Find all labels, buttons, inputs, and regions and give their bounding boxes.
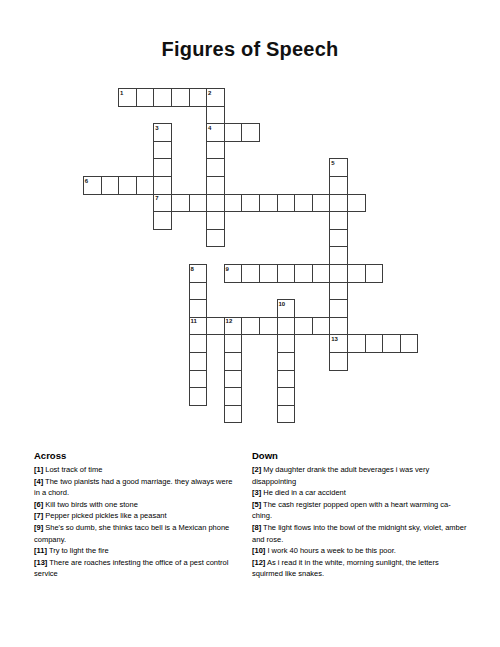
grid-cell[interactable] <box>277 194 296 213</box>
grid-cell[interactable] <box>382 334 401 353</box>
grid-cell[interactable] <box>241 123 260 142</box>
grid-cell[interactable] <box>224 334 243 353</box>
clue-item: [5] The cash register popped open with a… <box>252 499 470 522</box>
clue-item: [10] I work 40 hours a week to be this p… <box>252 545 470 557</box>
clue-number: 5 <box>331 160 334 166</box>
grid-cell[interactable] <box>224 387 243 406</box>
clue-number: 8 <box>190 266 193 272</box>
grid-cell[interactable] <box>259 264 278 283</box>
grid-cell[interactable] <box>153 158 172 177</box>
grid-cell[interactable] <box>153 141 172 160</box>
grid-cell[interactable] <box>189 282 208 301</box>
grid-cell[interactable] <box>329 229 348 248</box>
grid-cell[interactable] <box>189 299 208 318</box>
grid-cell[interactable] <box>241 264 260 283</box>
grid-cell[interactable] <box>206 158 225 177</box>
grid-cell[interactable] <box>312 317 331 336</box>
grid-cell[interactable] <box>189 387 208 406</box>
clue-number: 10 <box>278 301 285 307</box>
grid-cell[interactable] <box>206 194 225 213</box>
clue-item: [12] As i read it in the white, morning … <box>252 557 470 580</box>
grid-cell[interactable] <box>365 264 384 283</box>
grid-cell[interactable] <box>206 229 225 248</box>
grid-cell[interactable] <box>329 282 348 301</box>
grid-cell[interactable] <box>153 176 172 195</box>
grid-cell[interactable] <box>329 211 348 230</box>
clue-number: 7 <box>155 195 158 201</box>
down-clues-column: Down [2] My daughter drank the adult bev… <box>252 450 470 580</box>
grid-cell[interactable] <box>277 264 296 283</box>
clue-item: [1] Lost track of time <box>34 464 234 476</box>
grid-cell[interactable] <box>206 141 225 160</box>
grid-cell[interactable] <box>329 194 348 213</box>
across-clues-list: [1] Lost track of time[4] The two pianis… <box>34 464 234 580</box>
clue-number: 4 <box>208 125 211 131</box>
clue-number: 3 <box>155 125 158 131</box>
grid-cell[interactable] <box>224 352 243 371</box>
grid-cell[interactable] <box>224 194 243 213</box>
clue-item: [8] The light flows into the bowl of the… <box>252 522 470 545</box>
grid-cell[interactable] <box>294 264 313 283</box>
grid-cell[interactable] <box>277 334 296 353</box>
crossword-grid: 12345678910111213 <box>83 88 419 424</box>
across-clues-column: Across [1] Lost track of time[4] The two… <box>34 450 234 580</box>
clue-item-number: [3] <box>252 488 261 497</box>
grid-cell[interactable] <box>329 176 348 195</box>
clue-item-number: [5] <box>252 500 261 509</box>
grid-cell[interactable] <box>101 176 120 195</box>
grid-cell[interactable] <box>189 88 208 107</box>
down-clues-list: [2] My daughter drank the adult beverage… <box>252 464 470 580</box>
grid-cell[interactable] <box>171 88 190 107</box>
grid-cell[interactable] <box>259 317 278 336</box>
grid-cell[interactable] <box>136 88 155 107</box>
clue-item: [4] The two pianists had a good marriage… <box>34 476 234 499</box>
clue-item: [6] Kill two birds with one stone <box>34 499 234 511</box>
grid-cell[interactable] <box>277 317 296 336</box>
clue-number: 2 <box>208 90 211 96</box>
across-header: Across <box>34 450 234 462</box>
grid-cell[interactable] <box>206 317 225 336</box>
clue-item: [9] She's so dumb, she thinks taco bell … <box>34 522 234 545</box>
grid-cell[interactable] <box>118 176 137 195</box>
grid-cell[interactable] <box>329 299 348 318</box>
clue-item-number: [13] <box>34 558 47 567</box>
grid-cell[interactable] <box>189 334 208 353</box>
clue-item-number: [11] <box>34 546 47 555</box>
grid-cell[interactable] <box>206 211 225 230</box>
grid-cell[interactable] <box>365 334 384 353</box>
grid-cell[interactable] <box>347 194 366 213</box>
clue-item-number: [9] <box>34 523 43 532</box>
grid-cell[interactable] <box>347 264 366 283</box>
grid-cell[interactable] <box>329 246 348 265</box>
grid-cell[interactable] <box>329 264 348 283</box>
clue-item: [13] There are roaches infesting the off… <box>34 557 234 580</box>
grid-cell[interactable] <box>206 176 225 195</box>
clue-item-number: [7] <box>34 511 43 520</box>
clue-item-number: [12] <box>252 558 265 567</box>
clue-number: 12 <box>226 318 233 324</box>
grid-cell[interactable] <box>171 194 190 213</box>
clue-number: 11 <box>190 318 196 324</box>
grid-cell[interactable] <box>277 405 296 424</box>
clue-item-number: [2] <box>252 465 261 474</box>
down-header: Down <box>252 450 470 462</box>
clue-item-number: [8] <box>252 523 261 532</box>
clue-item: [7] Pepper picked pickles like a peasant <box>34 510 234 522</box>
clue-number: 6 <box>85 178 88 184</box>
grid-cell[interactable] <box>241 317 260 336</box>
puzzle-title: Figures of Speech <box>0 38 500 61</box>
grid-cell[interactable] <box>224 405 243 424</box>
grid-cell[interactable] <box>294 317 313 336</box>
grid-cell[interactable] <box>189 370 208 389</box>
grid-cell[interactable] <box>224 370 243 389</box>
clue-number: 9 <box>226 266 229 272</box>
clue-number: 13 <box>331 336 338 342</box>
grid-cell[interactable] <box>329 317 348 336</box>
clue-item: [2] My daughter drank the adult beverage… <box>252 464 470 487</box>
grid-cell[interactable] <box>224 123 243 142</box>
grid-cell[interactable] <box>400 334 419 353</box>
grid-cell[interactable] <box>241 194 260 213</box>
grid-cell[interactable] <box>206 106 225 125</box>
clue-item-number: [10] <box>252 546 265 555</box>
clue-item-number: [6] <box>34 500 43 509</box>
grid-cell[interactable] <box>294 194 313 213</box>
clue-item-number: [1] <box>34 465 43 474</box>
grid-cell[interactable] <box>329 352 348 371</box>
grid-cell[interactable] <box>277 370 296 389</box>
grid-cell[interactable] <box>277 352 296 371</box>
grid-cell[interactable] <box>189 194 208 213</box>
grid-cell[interactable] <box>153 211 172 230</box>
clue-item: [3] He died in a car accident <box>252 487 470 499</box>
grid-cell[interactable] <box>153 88 172 107</box>
grid-cell[interactable] <box>277 387 296 406</box>
clue-item: [11] Try to light the fire <box>34 545 234 557</box>
clue-number: 1 <box>120 90 123 96</box>
grid-cell[interactable] <box>136 176 155 195</box>
grid-cell[interactable] <box>189 352 208 371</box>
clue-item-number: [4] <box>34 477 43 486</box>
grid-cell[interactable] <box>312 264 331 283</box>
grid-cell[interactable] <box>259 194 278 213</box>
grid-cell[interactable] <box>312 194 331 213</box>
grid-cell[interactable] <box>347 334 366 353</box>
